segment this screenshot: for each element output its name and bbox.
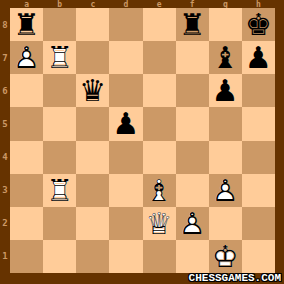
square-b6[interactable] [43,74,76,107]
piece-white-bishop: ♝♗ [143,174,176,207]
piece-black-bishop: ♝ [209,41,242,74]
rank-label-7: 7 [0,41,10,74]
square-e4[interactable] [143,141,176,174]
file-label-b: b [43,0,76,8]
piece-black-king: ♚ [242,8,275,41]
square-b2[interactable] [43,207,76,240]
square-g2[interactable] [209,207,242,240]
square-h7[interactable]: ♟ [242,41,275,74]
file-labels: abcdefgh [10,0,275,8]
square-e8[interactable] [143,8,176,41]
piece-black-queen: ♛ [76,74,109,107]
square-h6[interactable] [242,74,275,107]
piece-black-rook: ♜ [176,8,209,41]
square-c7[interactable] [76,41,109,74]
square-h1[interactable] [242,240,275,273]
file-label-e: e [143,0,176,8]
square-c1[interactable] [76,240,109,273]
chess-board: ♜♜♚♟♙♜♖♝♟♛♟♟♜♖♝♗♟♙♛♕♟♙♚♔ [10,8,275,273]
square-d4[interactable] [109,141,142,174]
square-a8[interactable]: ♜ [10,8,43,41]
square-d5[interactable]: ♟ [109,107,142,140]
square-a1[interactable] [10,240,43,273]
square-e7[interactable] [143,41,176,74]
square-b4[interactable] [43,141,76,174]
square-h2[interactable] [242,207,275,240]
square-d2[interactable] [109,207,142,240]
piece-black-pawn: ♟ [242,41,275,74]
square-e2[interactable]: ♛♕ [143,207,176,240]
piece-black-rook: ♜ [10,8,43,41]
square-c2[interactable] [76,207,109,240]
piece-white-queen: ♛♕ [143,207,176,240]
square-g6[interactable]: ♟ [209,74,242,107]
piece-white-pawn: ♟♙ [10,41,43,74]
square-c6[interactable]: ♛ [76,74,109,107]
rank-label-5: 5 [0,107,10,140]
square-f7[interactable] [176,41,209,74]
square-a4[interactable] [10,141,43,174]
square-f2[interactable]: ♟♙ [176,207,209,240]
rank-label-2: 2 [0,207,10,240]
square-c5[interactable] [76,107,109,140]
square-a2[interactable] [10,207,43,240]
rank-label-3: 3 [0,174,10,207]
square-b1[interactable] [43,240,76,273]
square-b5[interactable] [43,107,76,140]
square-f3[interactable] [176,174,209,207]
piece-black-pawn: ♟ [209,74,242,107]
piece-white-pawn: ♟♙ [176,207,209,240]
square-c8[interactable] [76,8,109,41]
square-f8[interactable]: ♜ [176,8,209,41]
rank-label-8: 8 [0,8,10,41]
rank-label-6: 6 [0,74,10,107]
square-d8[interactable] [109,8,142,41]
square-e6[interactable] [143,74,176,107]
square-a3[interactable] [10,174,43,207]
square-a5[interactable] [10,107,43,140]
piece-white-pawn: ♟♙ [209,174,242,207]
rank-label-4: 4 [0,141,10,174]
chess-diagram: abcdefgh 87654321 ♜♜♚♟♙♜♖♝♟♛♟♟♜♖♝♗♟♙♛♕♟♙… [0,0,284,284]
square-c4[interactable] [76,141,109,174]
rank-labels: 87654321 [0,8,10,273]
piece-white-king: ♚♔ [209,240,242,273]
square-c3[interactable] [76,174,109,207]
site-watermark: CHESSGAMES.COM [189,273,281,284]
piece-black-pawn: ♟ [109,107,142,140]
square-d1[interactable] [109,240,142,273]
square-e5[interactable] [143,107,176,140]
square-b8[interactable] [43,8,76,41]
square-g8[interactable] [209,8,242,41]
rank-label-1: 1 [0,240,10,273]
square-h4[interactable] [242,141,275,174]
square-e3[interactable]: ♝♗ [143,174,176,207]
square-a6[interactable] [10,74,43,107]
piece-white-rook: ♜♖ [43,174,76,207]
square-b3[interactable]: ♜♖ [43,174,76,207]
square-g4[interactable] [209,141,242,174]
square-d6[interactable] [109,74,142,107]
square-h5[interactable] [242,107,275,140]
square-g1[interactable]: ♚♔ [209,240,242,273]
file-label-d: d [109,0,142,8]
piece-white-rook: ♜♖ [43,41,76,74]
square-e1[interactable] [143,240,176,273]
square-a7[interactable]: ♟♙ [10,41,43,74]
square-d3[interactable] [109,174,142,207]
square-f4[interactable] [176,141,209,174]
square-g5[interactable] [209,107,242,140]
square-h8[interactable]: ♚ [242,8,275,41]
square-h3[interactable] [242,174,275,207]
square-b7[interactable]: ♜♖ [43,41,76,74]
file-label-c: c [76,0,109,8]
square-d7[interactable] [109,41,142,74]
square-f6[interactable] [176,74,209,107]
square-g7[interactable]: ♝ [209,41,242,74]
square-f5[interactable] [176,107,209,140]
square-g3[interactable]: ♟♙ [209,174,242,207]
file-label-g: g [209,0,242,8]
square-f1[interactable] [176,240,209,273]
